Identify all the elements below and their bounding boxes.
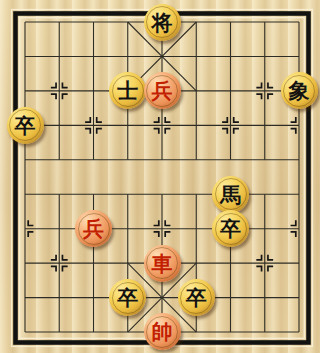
piece-character: 将 [152, 11, 173, 32]
piece-character: 士 [117, 80, 138, 101]
piece-red-chariot[interactable]: 車 [144, 245, 181, 282]
piece-character: 象 [289, 80, 310, 101]
piece-black-soldier[interactable]: 卒 [109, 279, 146, 316]
piece-character: 卒 [186, 287, 207, 308]
piece-black-advisor[interactable]: 士 [109, 72, 146, 109]
piece-black-horse[interactable]: 馬 [212, 176, 249, 213]
piece-black-soldier[interactable]: 卒 [178, 279, 215, 316]
piece-character: 卒 [117, 287, 138, 308]
piece-character: 兵 [152, 80, 173, 101]
xiangqi-board[interactable]: 将士兵象卒馬兵卒車卒卒帥 [0, 0, 320, 353]
piece-red-soldier[interactable]: 兵 [144, 72, 181, 109]
piece-character: 卒 [15, 114, 36, 135]
piece-red-soldier[interactable]: 兵 [75, 210, 112, 247]
piece-black-soldier[interactable]: 卒 [7, 107, 44, 144]
pieces-layer: 将士兵象卒馬兵卒車卒卒帥 [8, 5, 316, 350]
piece-character: 馬 [220, 183, 241, 204]
piece-character: 兵 [83, 218, 104, 239]
piece-black-soldier[interactable]: 卒 [212, 210, 249, 247]
piece-character: 卒 [220, 218, 241, 239]
piece-red-general[interactable]: 帥 [144, 313, 181, 350]
piece-black-elephant[interactable]: 象 [281, 72, 318, 109]
piece-character: 車 [152, 252, 173, 273]
piece-black-general[interactable]: 将 [144, 4, 181, 41]
piece-character: 帥 [152, 321, 173, 342]
